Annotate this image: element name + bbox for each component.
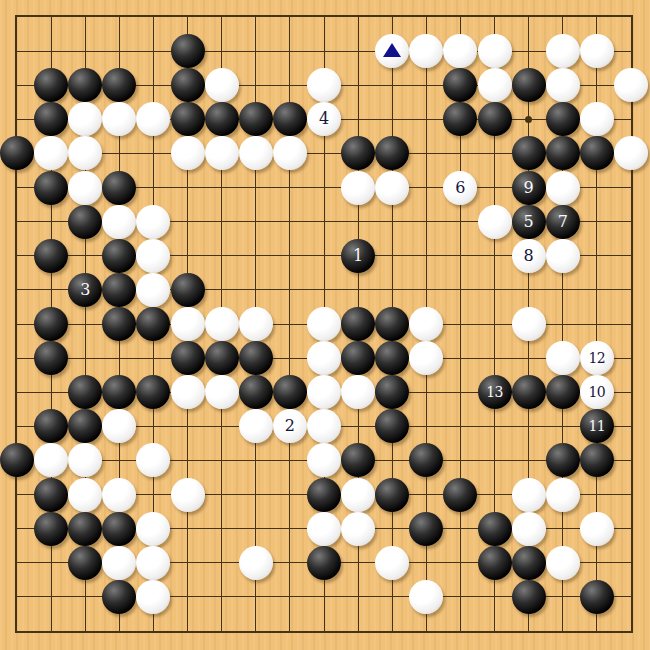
black-stone[interactable] — [68, 546, 102, 580]
white-stone[interactable] — [102, 546, 136, 580]
black-stone[interactable] — [273, 102, 307, 136]
white-stone[interactable] — [136, 512, 170, 546]
white-stone[interactable] — [580, 102, 614, 136]
white-stone[interactable] — [307, 375, 341, 409]
white-stone[interactable] — [478, 68, 512, 102]
go-board[interactable]: 46957183121310211 — [0, 0, 650, 650]
hoshi-point — [525, 116, 532, 123]
move-number-label: 11 — [588, 419, 605, 433]
screenshot-stage: 46957183121310211 — [0, 0, 650, 650]
black-stone[interactable] — [546, 443, 580, 477]
black-stone[interactable] — [307, 546, 341, 580]
white-stone[interactable] — [478, 34, 512, 68]
white-stone[interactable] — [580, 34, 614, 68]
black-stone[interactable] — [68, 205, 102, 239]
move-number-label: 6 — [455, 180, 465, 196]
white-stone[interactable] — [546, 341, 580, 375]
white-stone[interactable] — [68, 478, 102, 512]
black-stone[interactable] — [34, 478, 68, 512]
black-stone[interactable] — [375, 307, 409, 341]
white-stone[interactable] — [239, 409, 273, 443]
black-stone[interactable] — [341, 307, 375, 341]
white-stone[interactable] — [478, 205, 512, 239]
white-stone[interactable] — [546, 239, 580, 273]
white-stone[interactable]: 6 — [443, 171, 477, 205]
white-stone[interactable] — [512, 512, 546, 546]
white-stone[interactable] — [341, 478, 375, 512]
move-number-label: 2 — [285, 418, 295, 434]
triangle-marker-icon — [383, 43, 401, 57]
black-stone[interactable] — [512, 136, 546, 170]
white-stone[interactable] — [375, 171, 409, 205]
black-stone[interactable] — [443, 478, 477, 512]
black-stone[interactable] — [171, 341, 205, 375]
white-stone[interactable] — [512, 307, 546, 341]
black-stone[interactable] — [68, 512, 102, 546]
white-stone[interactable] — [171, 136, 205, 170]
white-stone[interactable] — [546, 68, 580, 102]
black-stone[interactable] — [375, 478, 409, 512]
black-stone[interactable]: 13 — [478, 375, 512, 409]
white-stone[interactable] — [307, 341, 341, 375]
black-stone[interactable] — [478, 512, 512, 546]
black-stone[interactable] — [341, 341, 375, 375]
white-stone[interactable]: 2 — [273, 409, 307, 443]
white-stone[interactable] — [136, 239, 170, 273]
move-number-label: 8 — [524, 248, 534, 264]
move-number-label: 10 — [588, 385, 605, 399]
white-stone[interactable] — [307, 68, 341, 102]
white-stone[interactable] — [546, 478, 580, 512]
white-stone[interactable] — [307, 307, 341, 341]
move-number-label: 3 — [80, 282, 90, 298]
white-stone[interactable] — [341, 171, 375, 205]
white-stone[interactable] — [205, 375, 239, 409]
move-number-label: 1 — [353, 248, 363, 264]
black-stone[interactable] — [478, 102, 512, 136]
white-stone[interactable] — [136, 546, 170, 580]
black-stone[interactable]: 5 — [512, 205, 546, 239]
move-number-label: 12 — [588, 351, 605, 365]
white-stone[interactable]: 10 — [580, 375, 614, 409]
black-stone[interactable] — [102, 273, 136, 307]
white-stone[interactable] — [239, 307, 273, 341]
black-stone[interactable]: 9 — [512, 171, 546, 205]
white-stone[interactable] — [68, 171, 102, 205]
move-number-label: 9 — [524, 180, 534, 196]
black-stone[interactable] — [34, 307, 68, 341]
white-stone[interactable] — [614, 68, 648, 102]
white-stone[interactable] — [171, 478, 205, 512]
white-stone[interactable] — [375, 546, 409, 580]
white-stone[interactable] — [205, 307, 239, 341]
black-stone[interactable] — [102, 512, 136, 546]
black-stone[interactable] — [34, 239, 68, 273]
black-stone[interactable] — [171, 68, 205, 102]
white-stone[interactable] — [239, 546, 273, 580]
move-number-label: 7 — [558, 214, 568, 230]
black-stone[interactable] — [34, 512, 68, 546]
black-stone[interactable] — [580, 580, 614, 614]
black-stone[interactable] — [102, 239, 136, 273]
black-stone[interactable] — [34, 341, 68, 375]
black-stone[interactable] — [307, 478, 341, 512]
black-stone[interactable] — [546, 375, 580, 409]
black-stone[interactable] — [171, 102, 205, 136]
black-stone[interactable]: 3 — [68, 273, 102, 307]
black-stone[interactable] — [239, 375, 273, 409]
black-stone[interactable] — [239, 102, 273, 136]
black-stone[interactable] — [205, 341, 239, 375]
black-stone[interactable]: 1 — [341, 239, 375, 273]
black-stone[interactable] — [171, 273, 205, 307]
move-number-label: 5 — [524, 214, 534, 230]
white-stone[interactable] — [136, 205, 170, 239]
white-stone[interactable] — [102, 478, 136, 512]
black-stone[interactable] — [546, 136, 580, 170]
black-stone[interactable] — [546, 102, 580, 136]
black-stone[interactable] — [273, 375, 307, 409]
white-stone[interactable] — [102, 205, 136, 239]
white-stone[interactable] — [171, 307, 205, 341]
white-stone[interactable] — [409, 580, 443, 614]
black-stone[interactable] — [478, 546, 512, 580]
black-stone[interactable] — [171, 34, 205, 68]
black-stone[interactable]: 11 — [580, 409, 614, 443]
white-stone[interactable]: 12 — [580, 341, 614, 375]
black-stone[interactable] — [205, 102, 239, 136]
white-stone[interactable] — [580, 512, 614, 546]
black-stone[interactable] — [102, 580, 136, 614]
black-stone[interactable] — [512, 375, 546, 409]
black-stone[interactable]: 7 — [546, 205, 580, 239]
white-stone[interactable] — [512, 478, 546, 512]
white-stone[interactable] — [546, 34, 580, 68]
white-stone[interactable] — [614, 136, 648, 170]
white-stone[interactable] — [307, 512, 341, 546]
white-stone[interactable]: 8 — [512, 239, 546, 273]
white-stone[interactable] — [546, 546, 580, 580]
move-number-label: 4 — [319, 111, 329, 127]
black-stone[interactable] — [34, 171, 68, 205]
black-stone[interactable] — [512, 546, 546, 580]
white-stone[interactable] — [205, 136, 239, 170]
black-stone[interactable] — [409, 512, 443, 546]
black-stone[interactable] — [239, 341, 273, 375]
black-stone[interactable] — [512, 68, 546, 102]
black-stone[interactable] — [512, 580, 546, 614]
white-stone[interactable] — [341, 512, 375, 546]
white-stone[interactable] — [546, 171, 580, 205]
black-stone[interactable] — [102, 171, 136, 205]
white-stone[interactable] — [205, 68, 239, 102]
move-number-label: 13 — [486, 385, 503, 399]
white-stone[interactable] — [239, 136, 273, 170]
white-stone[interactable] — [171, 375, 205, 409]
